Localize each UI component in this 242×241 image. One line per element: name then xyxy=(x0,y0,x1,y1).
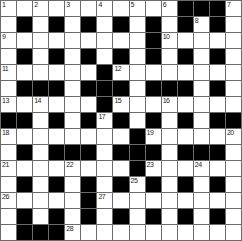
letter-cell-r4c10[interactable] xyxy=(162,65,177,80)
letter-cell-r6c13[interactable] xyxy=(210,97,225,112)
letter-cell-r12c2[interactable] xyxy=(33,193,48,208)
letter-cell-r6c11[interactable] xyxy=(178,97,193,112)
letter-cell-r9c10[interactable] xyxy=(162,145,177,160)
letter-cell-r0c9[interactable] xyxy=(146,1,161,16)
letter-cell-r2c12[interactable] xyxy=(194,33,209,48)
letter-cell-r2c5[interactable] xyxy=(81,33,96,48)
letter-cell-r13c12[interactable] xyxy=(194,209,209,224)
block-cell-r13c1 xyxy=(17,209,32,224)
letter-cell-r6c0[interactable]: 13 xyxy=(1,97,16,112)
letter-cell-r1c12[interactable]: 8 xyxy=(194,17,209,32)
letter-cell-r2c14[interactable] xyxy=(226,33,241,48)
letter-cell-r3c6[interactable] xyxy=(97,49,112,64)
clue-number-28: 28 xyxy=(66,225,73,233)
block-cell-r7c1 xyxy=(17,113,32,128)
letter-cell-r0c1[interactable] xyxy=(17,1,32,16)
clue-number-22: 22 xyxy=(66,161,73,169)
block-cell-r5c6 xyxy=(97,81,112,96)
letter-cell-r9c0[interactable] xyxy=(1,145,16,160)
letter-cell-r4c1[interactable] xyxy=(17,65,32,80)
block-cell-r9c7 xyxy=(113,145,128,160)
clue-number-21: 21 xyxy=(2,161,9,169)
letter-cell-r7c10[interactable] xyxy=(162,113,177,128)
block-cell-r10c8 xyxy=(130,161,145,176)
letter-cell-r6c8[interactable] xyxy=(130,97,145,112)
letter-cell-r14c14[interactable] xyxy=(226,225,241,240)
clue-number-16: 16 xyxy=(163,97,170,105)
letter-cell-r6c3[interactable] xyxy=(49,97,64,112)
crossword-board: 1234567891011121314151617181920212223242… xyxy=(0,0,242,241)
block-cell-r7c13 xyxy=(210,113,225,128)
letter-cell-r10c2[interactable] xyxy=(33,161,48,176)
block-cell-r11c9 xyxy=(146,177,161,192)
letter-cell-r14c9[interactable] xyxy=(146,225,161,240)
clue-number-27: 27 xyxy=(98,193,105,201)
block-cell-r2c9 xyxy=(146,33,161,48)
clue-number-24: 24 xyxy=(195,161,202,169)
letter-cell-r7c2[interactable] xyxy=(33,113,48,128)
block-cell-r8c8 xyxy=(130,129,145,144)
letter-cell-r0c8[interactable]: 5 xyxy=(130,1,145,16)
letter-cell-r12c3[interactable] xyxy=(49,193,64,208)
letter-cell-r11c2[interactable] xyxy=(33,177,48,192)
letter-cell-r11c14[interactable] xyxy=(226,177,241,192)
clue-number-5: 5 xyxy=(131,1,134,9)
block-cell-r3c9 xyxy=(146,49,161,64)
letter-cell-r8c11[interactable] xyxy=(178,129,193,144)
letter-cell-r2c0[interactable]: 9 xyxy=(1,33,16,48)
block-cell-r7c7 xyxy=(113,113,128,128)
letter-cell-r4c0[interactable]: 11 xyxy=(1,65,16,80)
block-cell-r1c11 xyxy=(178,17,193,32)
letter-cell-r3c8[interactable] xyxy=(130,49,145,64)
letter-cell-r8c14[interactable]: 20 xyxy=(226,129,241,144)
letter-cell-r3c12[interactable] xyxy=(194,49,209,64)
block-cell-r0c12 xyxy=(194,1,209,16)
letter-cell-r0c14[interactable]: 7 xyxy=(226,1,241,16)
block-cell-r7c3 xyxy=(49,113,64,128)
letter-cell-r8c13[interactable] xyxy=(210,129,225,144)
letter-cell-r8c7[interactable] xyxy=(113,129,128,144)
letter-cell-r6c14[interactable] xyxy=(226,97,241,112)
letter-cell-r0c2[interactable]: 2 xyxy=(33,1,48,16)
letter-cell-r1c4[interactable] xyxy=(65,17,80,32)
block-cell-r9c1 xyxy=(17,145,32,160)
clue-number-11: 11 xyxy=(2,65,8,73)
letter-cell-r9c6[interactable] xyxy=(97,145,112,160)
letter-cell-r14c0[interactable] xyxy=(1,225,16,240)
block-cell-r5c1 xyxy=(17,81,32,96)
block-cell-r0c11 xyxy=(178,1,193,16)
block-cell-r9c12 xyxy=(194,145,209,160)
letter-cell-r0c10[interactable]: 6 xyxy=(162,1,177,16)
letter-cell-r8c2[interactable] xyxy=(33,129,48,144)
block-cell-r12c5 xyxy=(81,193,96,208)
letter-cell-r2c13[interactable] xyxy=(210,33,225,48)
clue-number-26: 26 xyxy=(2,193,9,201)
clue-number-10: 10 xyxy=(163,33,170,41)
letter-cell-r0c7[interactable] xyxy=(113,1,128,16)
letter-cell-r8c10[interactable] xyxy=(162,129,177,144)
letter-cell-r14c4[interactable]: 28 xyxy=(65,225,80,240)
letter-cell-r13c4[interactable] xyxy=(65,209,80,224)
block-cell-r11c3 xyxy=(49,177,64,192)
block-cell-r13c5 xyxy=(81,209,96,224)
letter-cell-r5c14[interactable] xyxy=(226,81,241,96)
letter-cell-r13c8[interactable] xyxy=(130,209,145,224)
block-cell-r11c11 xyxy=(178,177,193,192)
letter-cell-r6c5[interactable] xyxy=(81,97,96,112)
block-cell-r9c11 xyxy=(178,145,193,160)
letter-cell-r14c12[interactable] xyxy=(194,225,209,240)
letter-cell-r3c10[interactable] xyxy=(162,49,177,64)
letter-cell-r10c13[interactable] xyxy=(210,161,225,176)
letter-cell-r12c10[interactable] xyxy=(162,193,177,208)
letter-cell-r13c6[interactable] xyxy=(97,209,112,224)
letter-cell-r6c12[interactable] xyxy=(194,97,209,112)
letter-cell-r5c4[interactable] xyxy=(65,81,80,96)
letter-cell-r0c5[interactable] xyxy=(81,1,96,16)
letter-cell-r12c7[interactable] xyxy=(113,193,128,208)
block-cell-r9c9 xyxy=(146,145,161,160)
letter-cell-r5c8[interactable] xyxy=(130,81,145,96)
clue-number-20: 20 xyxy=(227,129,234,137)
block-cell-r5c7 xyxy=(113,81,128,96)
letter-cell-r11c8[interactable]: 25 xyxy=(130,177,145,192)
letter-cell-r12c1[interactable] xyxy=(17,193,32,208)
letter-cell-r10c7[interactable] xyxy=(113,161,128,176)
block-cell-r9c13 xyxy=(210,145,225,160)
letter-cell-r1c10[interactable] xyxy=(162,17,177,32)
block-cell-r1c13 xyxy=(210,17,225,32)
block-cell-r4c6 xyxy=(97,65,112,80)
letter-cell-r13c14[interactable] xyxy=(226,209,241,224)
block-cell-r1c5 xyxy=(81,17,96,32)
letter-cell-r4c3[interactable] xyxy=(49,65,64,80)
block-cell-r13c13 xyxy=(210,209,225,224)
letter-cell-r1c2[interactable] xyxy=(33,17,48,32)
block-cell-r11c5 xyxy=(81,177,96,192)
block-cell-r14c1 xyxy=(17,225,32,240)
block-cell-r5c5 xyxy=(81,81,96,96)
letter-cell-r14c6[interactable] xyxy=(97,225,112,240)
letter-cell-r10c11[interactable] xyxy=(178,161,193,176)
block-cell-r9c3 xyxy=(49,145,64,160)
letter-cell-r4c8[interactable] xyxy=(130,65,145,80)
letter-cell-r10c1[interactable] xyxy=(17,161,32,176)
letter-cell-r11c12[interactable] xyxy=(194,177,209,192)
block-cell-r3c5 xyxy=(81,49,96,64)
letter-cell-r10c6[interactable] xyxy=(97,161,112,176)
letter-cell-r4c5[interactable] xyxy=(81,65,96,80)
letter-cell-r6c7[interactable]: 15 xyxy=(113,97,128,112)
letter-cell-r8c6[interactable] xyxy=(97,129,112,144)
letter-cell-r6c9[interactable] xyxy=(146,97,161,112)
clue-number-25: 25 xyxy=(131,177,138,185)
letter-cell-r4c11[interactable] xyxy=(178,65,193,80)
block-cell-r5c2 xyxy=(33,81,48,96)
block-cell-r13c9 xyxy=(146,209,161,224)
clue-number-4: 4 xyxy=(98,1,101,9)
block-cell-r3c1 xyxy=(17,49,32,64)
clue-number-8: 8 xyxy=(195,17,198,25)
letter-cell-r6c1[interactable] xyxy=(17,97,32,112)
letter-cell-r14c10[interactable] xyxy=(162,225,177,240)
letter-cell-r7c8[interactable] xyxy=(130,113,145,128)
letter-cell-r7c6[interactable]: 17 xyxy=(97,113,112,128)
letter-cell-r2c7[interactable] xyxy=(113,33,128,48)
block-cell-r1c1 xyxy=(17,17,32,32)
letter-cell-r10c9[interactable]: 23 xyxy=(146,161,161,176)
letter-cell-r3c2[interactable] xyxy=(33,49,48,64)
letter-cell-r6c4[interactable] xyxy=(65,97,80,112)
letter-cell-r10c12[interactable]: 24 xyxy=(194,161,209,176)
clue-number-23: 23 xyxy=(147,161,154,169)
letter-cell-r10c0[interactable]: 21 xyxy=(1,161,16,176)
block-cell-r14c3 xyxy=(49,225,64,240)
letter-cell-r7c12[interactable] xyxy=(194,113,209,128)
block-cell-r11c1 xyxy=(17,177,32,192)
letter-cell-r1c6[interactable] xyxy=(97,17,112,32)
letter-cell-r12c11[interactable] xyxy=(178,193,193,208)
block-cell-r7c11 xyxy=(178,113,193,128)
letter-cell-r6c2[interactable]: 14 xyxy=(33,97,48,112)
letter-cell-r12c14[interactable] xyxy=(226,193,241,208)
block-cell-r5c3 xyxy=(49,81,64,96)
letter-cell-r0c4[interactable]: 3 xyxy=(65,1,80,16)
letter-cell-r8c9[interactable]: 19 xyxy=(146,129,161,144)
letter-cell-r3c0[interactable] xyxy=(1,49,16,64)
letter-cell-r8c0[interactable]: 18 xyxy=(1,129,16,144)
letter-cell-r4c7[interactable]: 12 xyxy=(113,65,128,80)
clue-number-3: 3 xyxy=(66,1,69,9)
letter-cell-r0c3[interactable] xyxy=(49,1,64,16)
clue-number-2: 2 xyxy=(34,1,37,9)
block-cell-r1c9 xyxy=(146,17,161,32)
letter-cell-r14c11[interactable] xyxy=(178,225,193,240)
clue-number-15: 15 xyxy=(114,97,121,105)
clue-number-14: 14 xyxy=(34,97,41,105)
letter-cell-r2c3[interactable] xyxy=(49,33,64,48)
letter-cell-r5c12[interactable] xyxy=(194,81,209,96)
letter-cell-r14c7[interactable] xyxy=(113,225,128,240)
letter-cell-r6c10[interactable]: 16 xyxy=(162,97,177,112)
letter-cell-r12c6[interactable]: 27 xyxy=(97,193,112,208)
block-cell-r5c13 xyxy=(210,81,225,96)
block-cell-r5c11 xyxy=(178,81,193,96)
letter-cell-r4c14[interactable] xyxy=(226,65,241,80)
letter-cell-r12c4[interactable] xyxy=(65,193,80,208)
block-cell-r1c3 xyxy=(49,17,64,32)
letter-cell-r5c0[interactable] xyxy=(1,81,16,96)
letter-cell-r0c6[interactable]: 4 xyxy=(97,1,112,16)
letter-cell-r4c2[interactable] xyxy=(33,65,48,80)
block-cell-r3c7 xyxy=(113,49,128,64)
block-cell-r7c0 xyxy=(1,113,16,128)
letter-cell-r14c13[interactable] xyxy=(210,225,225,240)
letter-cell-r12c12[interactable] xyxy=(194,193,209,208)
block-cell-r7c5 xyxy=(81,113,96,128)
clue-number-18: 18 xyxy=(2,129,9,137)
letter-cell-r2c8[interactable] xyxy=(130,33,145,48)
letter-cell-r9c2[interactable] xyxy=(33,145,48,160)
block-cell-r11c7 xyxy=(113,177,128,192)
block-cell-r9c8 xyxy=(130,145,145,160)
letter-cell-r12c13[interactable] xyxy=(210,193,225,208)
letter-cell-r0c0[interactable]: 1 xyxy=(1,1,16,16)
clue-number-19: 19 xyxy=(147,129,154,137)
letter-cell-r14c8[interactable] xyxy=(130,225,145,240)
letter-cell-r8c12[interactable] xyxy=(194,129,209,144)
letter-cell-r9c14[interactable] xyxy=(226,145,241,160)
letter-cell-r10c4[interactable]: 22 xyxy=(65,161,80,176)
letter-cell-r10c5[interactable] xyxy=(81,161,96,176)
letter-cell-r2c10[interactable]: 10 xyxy=(162,33,177,48)
letter-cell-r12c9[interactable] xyxy=(146,193,161,208)
letter-cell-r11c6[interactable] xyxy=(97,177,112,192)
letter-cell-r13c2[interactable] xyxy=(33,209,48,224)
block-cell-r3c13 xyxy=(210,49,225,64)
block-cell-r5c9 xyxy=(146,81,161,96)
block-cell-r3c11 xyxy=(178,49,193,64)
clue-number-13: 13 xyxy=(2,97,9,105)
letter-cell-r13c0[interactable] xyxy=(1,209,16,224)
block-cell-r9c5 xyxy=(81,145,96,160)
letter-cell-r2c4[interactable] xyxy=(65,33,80,48)
letter-cell-r8c5[interactable] xyxy=(81,129,96,144)
letter-cell-r1c8[interactable] xyxy=(130,17,145,32)
letter-cell-r4c9[interactable] xyxy=(146,65,161,80)
letter-cell-r11c4[interactable] xyxy=(65,177,80,192)
letter-cell-r11c10[interactable] xyxy=(162,177,177,192)
clue-number-12: 12 xyxy=(114,65,121,73)
block-cell-r5c10 xyxy=(162,81,177,96)
block-cell-r9c4 xyxy=(65,145,80,160)
letter-cell-r7c4[interactable] xyxy=(65,113,80,128)
letter-cell-r8c3[interactable] xyxy=(49,129,64,144)
letter-cell-r4c12[interactable] xyxy=(194,65,209,80)
letter-cell-r14c5[interactable] xyxy=(81,225,96,240)
letter-cell-r13c10[interactable] xyxy=(162,209,177,224)
letter-cell-r2c1[interactable] xyxy=(17,33,32,48)
letter-cell-r2c11[interactable] xyxy=(178,33,193,48)
letter-cell-r1c14[interactable] xyxy=(226,17,241,32)
letter-cell-r10c3[interactable] xyxy=(49,161,64,176)
clue-number-7: 7 xyxy=(227,1,230,9)
block-cell-r0c13 xyxy=(210,1,225,16)
letter-cell-r12c0[interactable]: 26 xyxy=(1,193,16,208)
block-cell-r14c2 xyxy=(33,225,48,240)
letter-cell-r3c14[interactable] xyxy=(226,49,241,64)
letter-cell-r4c13[interactable] xyxy=(210,65,225,80)
block-cell-r13c7 xyxy=(113,209,128,224)
clue-number-17: 17 xyxy=(98,113,105,121)
letter-cell-r12c8[interactable] xyxy=(130,193,145,208)
letter-cell-r8c4[interactable] xyxy=(65,129,80,144)
letter-cell-r8c1[interactable] xyxy=(17,129,32,144)
block-cell-r7c9 xyxy=(146,113,161,128)
block-cell-r7c14 xyxy=(226,113,241,128)
letter-cell-r2c6[interactable] xyxy=(97,33,112,48)
crossword-grid: 1234567891011121314151617181920212223242… xyxy=(0,0,242,241)
clue-number-1: 1 xyxy=(2,1,5,9)
block-cell-r11c13 xyxy=(210,177,225,192)
letter-cell-r10c14[interactable] xyxy=(226,161,241,176)
letter-cell-r10c10[interactable] xyxy=(162,161,177,176)
block-cell-r13c3 xyxy=(49,209,64,224)
letter-cell-r11c0[interactable] xyxy=(1,177,16,192)
letter-cell-r1c0[interactable] xyxy=(1,17,16,32)
block-cell-r3c3 xyxy=(49,49,64,64)
letter-cell-r4c4[interactable] xyxy=(65,65,80,80)
block-cell-r6c6 xyxy=(97,97,112,112)
block-cell-r1c7 xyxy=(113,17,128,32)
clue-number-9: 9 xyxy=(2,33,5,41)
clue-number-6: 6 xyxy=(163,1,166,9)
block-cell-r13c11 xyxy=(178,209,193,224)
letter-cell-r2c2[interactable] xyxy=(33,33,48,48)
letter-cell-r3c4[interactable] xyxy=(65,49,80,64)
